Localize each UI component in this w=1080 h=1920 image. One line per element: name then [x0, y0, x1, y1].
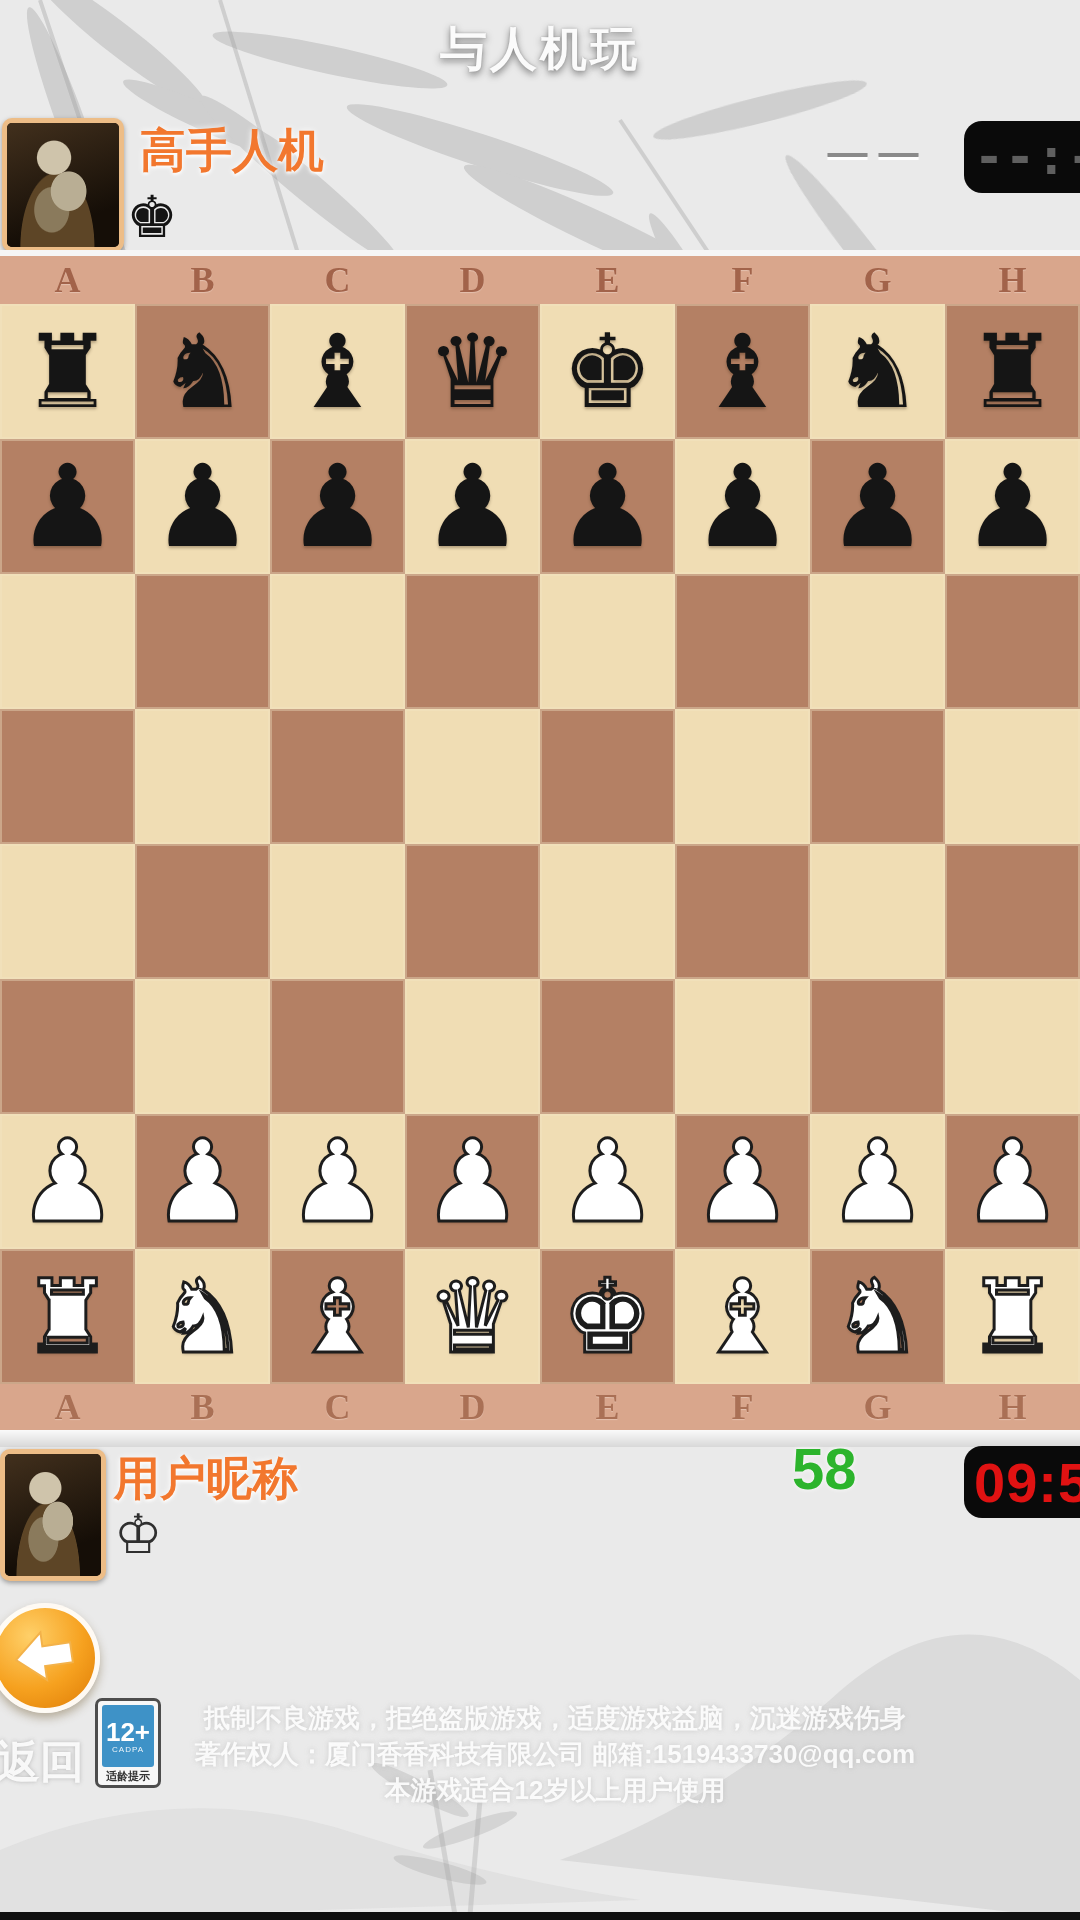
piece-white-pawn: ♟: [826, 1125, 928, 1239]
square-e7[interactable]: ♟: [540, 439, 675, 574]
piece-black-pawn: ♟: [286, 450, 388, 564]
square-f3[interactable]: [675, 979, 810, 1114]
square-c4[interactable]: [270, 844, 405, 979]
square-b8[interactable]: ♞: [135, 304, 270, 439]
piece-white-pawn: ♟: [151, 1125, 253, 1239]
square-g1[interactable]: ♞: [810, 1249, 945, 1384]
file-label-d: D: [405, 259, 540, 301]
square-g8[interactable]: ♞: [810, 304, 945, 439]
square-f4[interactable]: [675, 844, 810, 979]
disclaimer-text: 抵制不良游戏，拒绝盗版游戏，适度游戏益脑，沉迷游戏伤身 著作权人：厦门香香科技有…: [160, 1700, 950, 1808]
piece-black-pawn: ♟: [16, 450, 118, 564]
square-e5[interactable]: [540, 709, 675, 844]
piece-black-bishop: ♝: [292, 321, 383, 423]
square-a8[interactable]: ♜: [0, 304, 135, 439]
file-label-h: H: [945, 259, 1080, 301]
file-label-h: H: [945, 1386, 1080, 1428]
square-g3[interactable]: [810, 979, 945, 1114]
disclaimer-line-1: 抵制不良游戏，拒绝盗版游戏，适度游戏益脑，沉迷游戏伤身: [160, 1700, 950, 1736]
piece-white-king: ♚: [562, 1266, 653, 1368]
age-rating-label: 适龄提示: [98, 1767, 158, 1785]
user-score: 58: [792, 1440, 857, 1498]
piece-black-knight: ♞: [832, 321, 923, 423]
piece-black-pawn: ♟: [826, 450, 928, 564]
disclaimer-line-3: 本游戏适合12岁以上用户使用: [160, 1772, 950, 1808]
age-rating-sub: CADPA: [112, 1745, 144, 1754]
age-rating-badge: 12+ CADPA 适龄提示: [95, 1698, 161, 1788]
square-g4[interactable]: [810, 844, 945, 979]
piece-black-king: ♚: [562, 321, 653, 423]
square-b2[interactable]: ♟: [135, 1114, 270, 1249]
piece-black-rook: ♜: [22, 321, 113, 423]
piece-white-pawn: ♟: [421, 1125, 523, 1239]
back-button[interactable]: [0, 1603, 100, 1713]
file-label-f: F: [675, 259, 810, 301]
piece-black-pawn: ♟: [691, 450, 793, 564]
square-a3[interactable]: [0, 979, 135, 1114]
square-c1[interactable]: ♝: [270, 1249, 405, 1384]
file-label-b: B: [135, 259, 270, 301]
piece-white-bishop: ♝: [697, 1266, 788, 1368]
disclaimer-line-2: 著作权人：厦门香香科技有限公司 邮箱:1519433730@qq.com: [160, 1736, 950, 1772]
square-c2[interactable]: ♟: [270, 1114, 405, 1249]
piece-white-queen: ♛: [427, 1266, 518, 1368]
square-f8[interactable]: ♝: [675, 304, 810, 439]
piece-black-queen: ♛: [427, 321, 518, 423]
square-a2[interactable]: ♟: [0, 1114, 135, 1249]
piece-white-knight: ♞: [832, 1266, 923, 1368]
square-b7[interactable]: ♟: [135, 439, 270, 574]
square-h5[interactable]: [945, 709, 1080, 844]
piece-white-pawn: ♟: [16, 1125, 118, 1239]
square-g5[interactable]: [810, 709, 945, 844]
square-c6[interactable]: [270, 574, 405, 709]
file-label-f: F: [675, 1386, 810, 1428]
opponent-score: — —: [818, 132, 928, 172]
piece-white-pawn: ♟: [286, 1125, 388, 1239]
square-c5[interactable]: [270, 709, 405, 844]
square-d5[interactable]: [405, 709, 540, 844]
square-d3[interactable]: [405, 979, 540, 1114]
opponent-avatar[interactable]: [2, 118, 124, 252]
piece-black-knight: ♞: [157, 321, 248, 423]
square-a5[interactable]: [0, 709, 135, 844]
square-a7[interactable]: ♟: [0, 439, 135, 574]
square-h1[interactable]: ♜: [945, 1249, 1080, 1384]
piece-white-knight: ♞: [157, 1266, 248, 1368]
board-bottom-divider: [0, 1430, 1080, 1447]
bottom-black-bar: [0, 1912, 1080, 1920]
white-king-icon: ♔: [114, 1508, 162, 1562]
piece-white-pawn: ♟: [691, 1125, 793, 1239]
square-g2[interactable]: ♟: [810, 1114, 945, 1249]
square-f6[interactable]: [675, 574, 810, 709]
piece-white-pawn: ♟: [961, 1125, 1063, 1239]
piece-white-pawn: ♟: [556, 1125, 658, 1239]
piece-black-pawn: ♟: [556, 450, 658, 564]
square-d2[interactable]: ♟: [405, 1114, 540, 1249]
piece-black-bishop: ♝: [697, 321, 788, 423]
square-a1[interactable]: ♜: [0, 1249, 135, 1384]
square-c8[interactable]: ♝: [270, 304, 405, 439]
piece-black-pawn: ♟: [151, 450, 253, 564]
square-b4[interactable]: [135, 844, 270, 979]
square-f2[interactable]: ♟: [675, 1114, 810, 1249]
square-e8[interactable]: ♚: [540, 304, 675, 439]
file-label-b: B: [135, 1386, 270, 1428]
user-clock-value: 09:5: [974, 1450, 1080, 1515]
piece-black-pawn: ♟: [421, 450, 523, 564]
square-c3[interactable]: [270, 979, 405, 1114]
square-d8[interactable]: ♛: [405, 304, 540, 439]
file-labels-bottom: ABCDEFGH: [0, 1384, 1080, 1430]
file-label-a: A: [0, 1386, 135, 1428]
file-label-e: E: [540, 259, 675, 301]
thinker-statue-image: [5, 1454, 101, 1576]
piece-white-bishop: ♝: [292, 1266, 383, 1368]
square-h6[interactable]: [945, 574, 1080, 709]
piece-black-rook: ♜: [967, 321, 1058, 423]
square-h8[interactable]: ♜: [945, 304, 1080, 439]
square-d7[interactable]: ♟: [405, 439, 540, 574]
file-label-c: C: [270, 1386, 405, 1428]
square-c7[interactable]: ♟: [270, 439, 405, 574]
piece-white-rook: ♜: [22, 1266, 113, 1368]
user-name: 用户昵称: [114, 1448, 298, 1510]
square-e1[interactable]: ♚: [540, 1249, 675, 1384]
square-b3[interactable]: [135, 979, 270, 1114]
square-b6[interactable]: [135, 574, 270, 709]
square-e2[interactable]: ♟: [540, 1114, 675, 1249]
square-f5[interactable]: [675, 709, 810, 844]
file-label-g: G: [810, 1386, 945, 1428]
game-screen: 与人机玩 高手人机 ♚ — — --:-- ABCDEFGH ♜♞♝♛♚♝♞♜♟…: [0, 0, 1080, 1920]
opponent-clock: --:--: [964, 121, 1080, 193]
file-labels-top: ABCDEFGH: [0, 256, 1080, 304]
square-g7[interactable]: ♟: [810, 439, 945, 574]
square-e3[interactable]: [540, 979, 675, 1114]
file-label-g: G: [810, 259, 945, 301]
square-d4[interactable]: [405, 844, 540, 979]
file-label-e: E: [540, 1386, 675, 1428]
square-d6[interactable]: [405, 574, 540, 709]
age-rating-panel: 12+ CADPA: [102, 1705, 154, 1767]
back-arrow-icon: [10, 1626, 79, 1690]
square-d1[interactable]: ♛: [405, 1249, 540, 1384]
file-label-a: A: [0, 259, 135, 301]
square-a4[interactable]: [0, 844, 135, 979]
square-a6[interactable]: [0, 574, 135, 709]
black-king-icon: ♚: [126, 188, 178, 246]
square-h7[interactable]: ♟: [945, 439, 1080, 574]
piece-white-rook: ♜: [967, 1266, 1058, 1368]
thinker-statue-image: [7, 123, 119, 247]
age-rating-value: 12+: [106, 1719, 150, 1745]
opponent-name: 高手人机: [140, 120, 324, 182]
file-label-c: C: [270, 259, 405, 301]
opponent-clock-value: --:--: [974, 128, 1080, 186]
user-clock: 09:5: [964, 1446, 1080, 1518]
square-f1[interactable]: ♝: [675, 1249, 810, 1384]
page-title: 与人机玩: [0, 18, 1080, 81]
back-button-label: 返回: [0, 1733, 84, 1792]
square-f7[interactable]: ♟: [675, 439, 810, 574]
square-g6[interactable]: [810, 574, 945, 709]
square-h4[interactable]: [945, 844, 1080, 979]
square-h3[interactable]: [945, 979, 1080, 1114]
chess-board: ♜♞♝♛♚♝♞♜♟♟♟♟♟♟♟♟♟♟♟♟♟♟♟♟♜♞♝♛♚♝♞♜: [0, 304, 1080, 1384]
square-b1[interactable]: ♞: [135, 1249, 270, 1384]
square-e6[interactable]: [540, 574, 675, 709]
file-label-d: D: [405, 1386, 540, 1428]
square-e4[interactable]: [540, 844, 675, 979]
square-h2[interactable]: ♟: [945, 1114, 1080, 1249]
piece-black-pawn: ♟: [961, 450, 1063, 564]
square-b5[interactable]: [135, 709, 270, 844]
user-avatar[interactable]: [0, 1449, 106, 1581]
